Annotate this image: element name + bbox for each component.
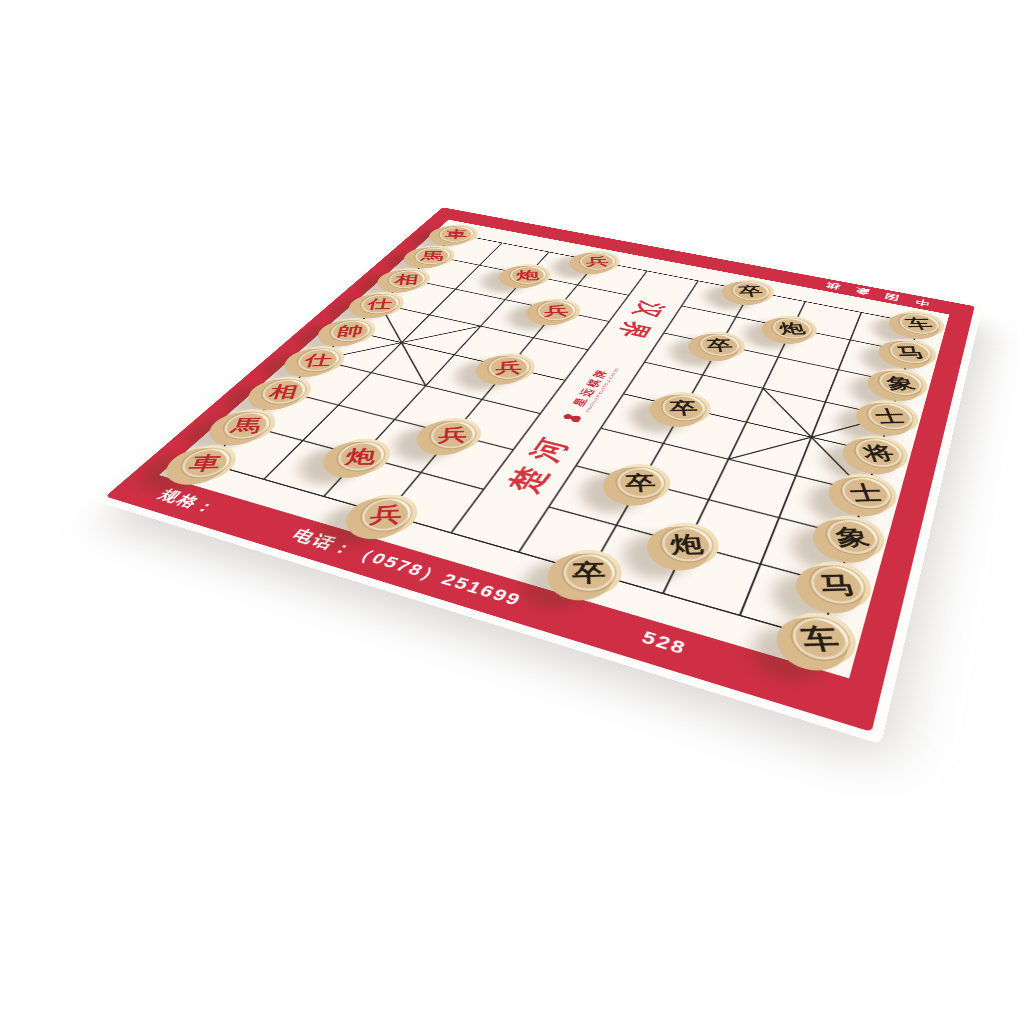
piece-glyph: 帥: [336, 324, 365, 338]
piece-glyph: 卒: [706, 338, 735, 352]
piece-glyph: 仕: [366, 298, 393, 311]
piece-glyph: 炮: [778, 321, 807, 335]
piece-glyph: 兵: [368, 504, 403, 526]
piece-glyph: 兵: [495, 360, 522, 375]
piece-glyph: 炮: [669, 533, 705, 556]
piece-glyph: 炮: [516, 269, 540, 281]
piece-glyph: 马: [894, 345, 927, 360]
piece-glyph: 车: [799, 625, 842, 653]
xiangqi-board: 汉界 河楚 星远棋牌 XINGYUAN CHESS & CARDS 中国象棋 规…: [92, 204, 983, 745]
piece-glyph: 卒: [669, 399, 700, 416]
piece-glyph: 兵: [586, 256, 610, 267]
piece-glyph: 士: [873, 408, 908, 425]
piece-glyph: 炮: [344, 447, 378, 466]
piece-glyph: 象: [884, 375, 918, 391]
piece-glyph: 将: [861, 443, 897, 462]
piece-glyph: 卒: [625, 472, 658, 492]
scene: 汉界 河楚 星远棋牌 XINGYUAN CHESS & CARDS 中国象棋 规…: [0, 0, 1024, 1024]
piece-glyph: 卒: [572, 560, 607, 585]
piece-glyph: 卒: [737, 285, 764, 297]
photo-stage: 汉界 河楚 星远棋牌 XINGYUAN CHESS & CARDS 中国象棋 规…: [0, 0, 1024, 1024]
piece-glyph: 馬: [229, 417, 264, 435]
piece-glyph: 兵: [437, 425, 468, 443]
piece-glyph: 马: [817, 572, 858, 597]
piece-glyph: 仕: [303, 352, 334, 367]
piece-glyph: 馬: [420, 250, 444, 261]
piece-glyph: 象: [833, 525, 872, 548]
piece-glyph: 相: [394, 273, 420, 285]
piece-glyph: 車: [445, 229, 468, 239]
piece-glyph: 车: [904, 317, 935, 331]
piece-glyph: 車: [187, 453, 224, 472]
piece-glyph: 相: [268, 383, 301, 399]
piece-glyph: 士: [847, 482, 885, 503]
piece-glyph: 兵: [544, 304, 569, 317]
